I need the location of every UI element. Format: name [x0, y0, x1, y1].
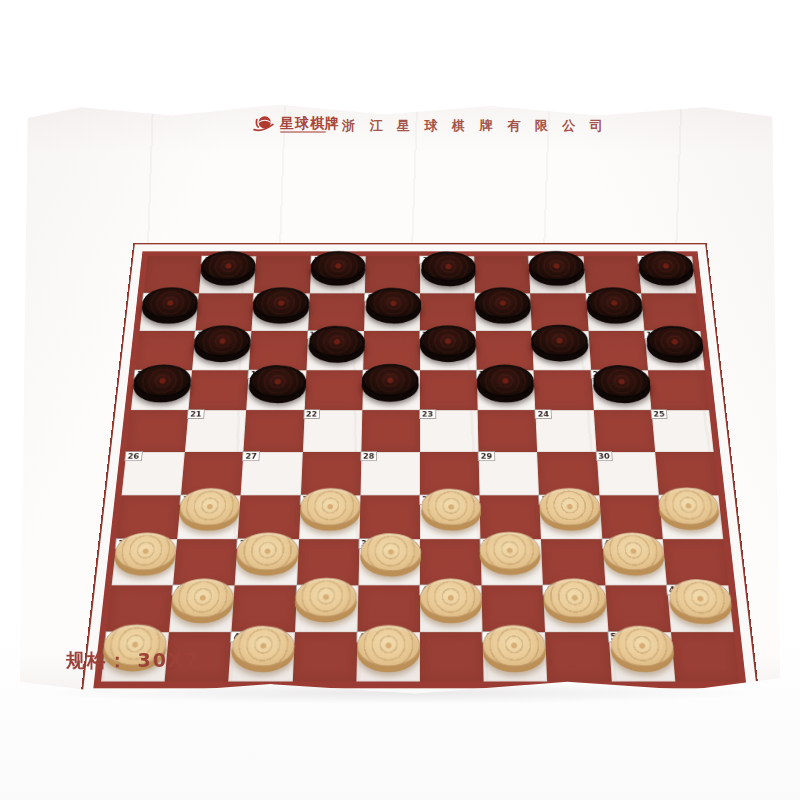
- board-square-29: 29: [479, 452, 540, 495]
- board-square-47: 47: [229, 633, 295, 682]
- checker-piece-light: [479, 537, 541, 575]
- board-square-nonplayable: [244, 410, 305, 452]
- checker-piece-dark: [531, 329, 589, 362]
- board-square-39: 39: [481, 539, 544, 585]
- board-square-11: 11: [192, 331, 252, 370]
- board-square-30: 30: [596, 452, 659, 495]
- board-square-nonplayable: [361, 410, 420, 452]
- checker-piece-light: [236, 538, 299, 576]
- checker-piece-light: [294, 583, 357, 623]
- checker-piece-light: [299, 493, 360, 530]
- square-number-tag: 29: [478, 451, 495, 461]
- board-square-41: 41: [169, 585, 235, 632]
- checker-piece-dark: [307, 329, 366, 363]
- board-square-6: 6: [140, 293, 199, 331]
- checker-piece-light: [230, 631, 297, 674]
- checker-piece-dark: [638, 255, 696, 286]
- board-square-18: 18: [362, 370, 420, 410]
- checker-piece-dark: [140, 292, 199, 324]
- board-square-nonplayable: [420, 633, 484, 682]
- board-square-21: 21: [185, 410, 246, 452]
- checker-piece-dark: [646, 329, 704, 363]
- board-square-25: 25: [651, 410, 713, 452]
- checker-piece-dark: [252, 292, 309, 324]
- checker-piece-dark: [420, 330, 477, 363]
- checker-piece-dark: [586, 292, 644, 324]
- board-square-9: 9: [475, 293, 532, 331]
- board-square-nonplayable: [189, 370, 249, 410]
- checker-piece-light: [359, 537, 422, 577]
- board-square-31: 31: [177, 495, 241, 539]
- checker-piece-dark: [477, 369, 535, 403]
- board-square-42: 42: [295, 585, 359, 632]
- board-square-7: 7: [252, 293, 310, 331]
- board-square-33: 33: [420, 495, 481, 539]
- checker-piece-light: [356, 631, 420, 672]
- checker-piece-light: [610, 631, 675, 674]
- board-square-27: 27: [241, 452, 303, 495]
- board-square-12: 12: [306, 331, 364, 370]
- board-square-nonplayable: [545, 633, 611, 682]
- checker-piece-light: [668, 583, 733, 625]
- board-square-2: 2: [310, 256, 366, 293]
- square-number-tag: 27: [242, 451, 260, 461]
- checker-piece-light: [420, 583, 483, 623]
- board-square-48: 48: [356, 633, 420, 682]
- brand: 星球棋牌: [250, 112, 340, 138]
- checker-piece-light: [602, 538, 666, 576]
- board-square-14: 14: [532, 331, 591, 370]
- board-square-50: 50: [608, 633, 675, 682]
- mat-header: 星球棋牌 浙 江 星 球 棋 牌 有 限 公 司: [20, 108, 780, 146]
- checker-piece-dark: [132, 369, 193, 403]
- checker-piece-dark: [193, 330, 252, 363]
- board-square-nonplayable: [304, 370, 363, 410]
- checker-piece-light: [178, 493, 241, 530]
- board-square-nonplayable: [292, 633, 357, 682]
- board-square-8: 8: [364, 293, 420, 331]
- checker-piece-light: [420, 493, 481, 532]
- checker-piece-light: [543, 583, 607, 623]
- checker-piece-light: [483, 631, 547, 672]
- board-square-3: 3: [420, 256, 475, 293]
- board-perspective: 1234567891011121314151617181920212223242…: [80, 243, 760, 700]
- board-square-4: 4: [529, 256, 586, 293]
- checker-piece-dark: [529, 255, 585, 286]
- square-number-tag: 30: [595, 451, 613, 461]
- checker-piece-dark: [365, 292, 422, 325]
- board-square-19: 19: [477, 370, 536, 410]
- board-square-nonplayable: [478, 410, 538, 452]
- board-square-40: 40: [602, 539, 667, 585]
- board-square-23: 23: [420, 410, 479, 452]
- board-square-13: 13: [420, 331, 477, 370]
- board-square-36: 36: [112, 539, 178, 585]
- board-square-32: 32: [299, 495, 361, 539]
- board-square-15: 15: [644, 331, 704, 370]
- board-grid: 1234567891011121314151617181920212223242…: [101, 256, 739, 681]
- board-square-nonplayable: [593, 410, 654, 452]
- board-square-nonplayable: [534, 370, 594, 410]
- board-square-45: 45: [667, 585, 734, 632]
- board-square-43: 43: [420, 585, 483, 632]
- checker-piece-light: [113, 538, 178, 576]
- checker-piece-dark: [475, 292, 532, 324]
- board-square-16: 16: [131, 370, 192, 410]
- board-border-band: 1234567891011121314151617181920212223242…: [93, 251, 746, 688]
- board-square-26: 26: [122, 452, 185, 495]
- checker-piece-dark: [310, 255, 366, 286]
- board-square-49: 49: [483, 633, 548, 682]
- checker-piece-dark: [248, 368, 308, 403]
- board-square-10: 10: [586, 293, 645, 331]
- brand-name: 星球棋牌: [280, 117, 340, 133]
- square-number-tag: 22: [303, 410, 320, 420]
- square-number-tag: 23: [419, 410, 436, 420]
- square-number-tag: 24: [535, 410, 552, 420]
- checker-piece-light: [170, 583, 235, 623]
- spec-label: 规格： 30X7: [66, 648, 200, 674]
- planet-ball-logo-icon: [250, 112, 276, 138]
- checker-piece-light: [539, 493, 601, 530]
- board-outer-frame: 1234567891011121314151617181920212223242…: [80, 243, 760, 700]
- checker-piece-light: [657, 493, 721, 530]
- vinyl-board-mat: 星球棋牌 浙 江 星 球 棋 牌 有 限 公 司 123456789101112…: [20, 100, 780, 696]
- board-square-nonplayable: [648, 370, 709, 410]
- board-square-nonplayable: [126, 410, 188, 452]
- square-number-tag: 28: [360, 451, 377, 461]
- board-square-37: 37: [235, 539, 299, 585]
- board-square-nonplayable: [671, 633, 739, 682]
- board-square-28: 28: [360, 452, 420, 495]
- checker-piece-dark: [361, 368, 419, 402]
- square-number-tag: 26: [124, 451, 142, 461]
- company-name: 浙 江 星 球 棋 牌 有 限 公 司: [342, 117, 608, 135]
- brand-tagline-rule: [280, 131, 326, 133]
- board-square-5: 5: [638, 256, 696, 293]
- board-square-20: 20: [591, 370, 651, 410]
- board-square-35: 35: [659, 495, 724, 539]
- square-number-tag: 21: [187, 410, 205, 420]
- board-square-24: 24: [536, 410, 597, 452]
- board-square-22: 22: [303, 410, 363, 452]
- checker-piece-dark: [593, 368, 652, 403]
- board-square-nonplayable: [420, 370, 478, 410]
- checker-piece-dark: [200, 255, 257, 286]
- square-number-tag: 25: [650, 410, 668, 420]
- board-square-44: 44: [543, 585, 608, 632]
- board-square-17: 17: [247, 370, 307, 410]
- board-square-34: 34: [539, 495, 602, 539]
- checker-piece-dark: [420, 255, 476, 287]
- product-photo: 星球棋牌 浙 江 星 球 棋 牌 有 限 公 司 123456789101112…: [0, 0, 800, 800]
- board-square-1: 1: [199, 256, 257, 293]
- board-square-38: 38: [358, 539, 420, 585]
